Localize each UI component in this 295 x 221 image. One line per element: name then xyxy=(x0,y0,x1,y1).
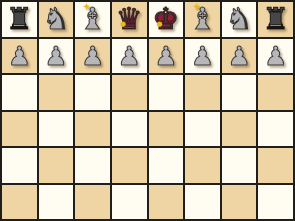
square-r2c2[interactable]: ♟ xyxy=(39,39,74,74)
square-r3c5[interactable] xyxy=(149,75,184,110)
king-icon: ♚ xyxy=(152,4,179,34)
queen-icon: ♛ xyxy=(116,4,143,34)
square-r2c8[interactable]: ♟ xyxy=(258,39,293,74)
square-r3c6[interactable] xyxy=(185,75,220,110)
square-r6c4[interactable] xyxy=(112,185,147,220)
pawn-piece[interactable]: ♟ xyxy=(222,39,257,74)
pawn-piece[interactable]: ♟ xyxy=(112,39,147,74)
square-r3c2[interactable] xyxy=(39,75,74,110)
pawn-piece[interactable]: ♟ xyxy=(258,39,293,74)
pawn-icon: ♟ xyxy=(118,43,141,69)
square-r2c7[interactable]: ♟ xyxy=(222,39,257,74)
square-r3c3[interactable] xyxy=(75,75,110,110)
square-r2c5[interactable]: ♟ xyxy=(149,39,184,74)
pawn-piece[interactable]: ♟ xyxy=(2,39,37,74)
pawn-icon: ♟ xyxy=(264,43,287,69)
square-r6c7[interactable] xyxy=(222,185,257,220)
square-r4c8[interactable] xyxy=(258,112,293,147)
pawn-icon: ♟ xyxy=(227,43,250,69)
bishop-piece[interactable]: ♝✦ xyxy=(75,2,110,37)
square-r2c1[interactable]: ♟ xyxy=(2,39,37,74)
square-r5c2[interactable] xyxy=(39,148,74,183)
square-r6c1[interactable] xyxy=(2,185,37,220)
square-r5c1[interactable] xyxy=(2,148,37,183)
pawn-icon: ♟ xyxy=(191,43,214,69)
square-r5c7[interactable] xyxy=(222,148,257,183)
square-r6c3[interactable] xyxy=(75,185,110,220)
square-r1c3[interactable]: ♝✦ xyxy=(75,2,110,37)
queen-piece[interactable]: ♛● xyxy=(112,2,147,37)
rook-icon: ♜ xyxy=(6,4,33,34)
knight-icon: ♞ xyxy=(226,4,253,34)
pawn-icon: ♟ xyxy=(44,43,67,69)
square-r6c5[interactable] xyxy=(149,185,184,220)
square-r1c2[interactable]: ♞ xyxy=(39,2,74,37)
square-r1c1[interactable]: ♜ xyxy=(2,2,37,37)
square-r4c1[interactable] xyxy=(2,112,37,147)
square-r2c3[interactable]: ♟ xyxy=(75,39,110,74)
square-r6c6[interactable] xyxy=(185,185,220,220)
square-r6c8[interactable] xyxy=(258,185,293,220)
square-r3c4[interactable] xyxy=(112,75,147,110)
pawn-icon: ♟ xyxy=(154,43,177,69)
rook-piece[interactable]: ♜ xyxy=(258,2,293,37)
square-r4c2[interactable] xyxy=(39,112,74,147)
bishop-icon: ♝ xyxy=(189,4,216,34)
square-r4c3[interactable] xyxy=(75,112,110,147)
pawn-piece[interactable]: ♟ xyxy=(149,39,184,74)
pawn-icon: ♟ xyxy=(8,43,31,69)
king-piece[interactable]: ♚● xyxy=(149,2,184,37)
square-r5c6[interactable] xyxy=(185,148,220,183)
square-r1c5[interactable]: ♚● xyxy=(149,2,184,37)
square-r6c2[interactable] xyxy=(39,185,74,220)
pawn-piece[interactable]: ♟ xyxy=(185,39,220,74)
pawn-icon: ♟ xyxy=(81,43,104,69)
square-r3c1[interactable] xyxy=(2,75,37,110)
knight-piece[interactable]: ♞ xyxy=(39,2,74,37)
square-r3c8[interactable] xyxy=(258,75,293,110)
square-r4c5[interactable] xyxy=(149,112,184,147)
square-r5c3[interactable] xyxy=(75,148,110,183)
pawn-piece[interactable]: ♟ xyxy=(39,39,74,74)
square-r1c7[interactable]: ♞ xyxy=(222,2,257,37)
bishop-icon: ♝ xyxy=(79,4,106,34)
square-r5c4[interactable] xyxy=(112,148,147,183)
square-r4c4[interactable] xyxy=(112,112,147,147)
chess-board: ♜♞♝✦♛●♚●♝✦♞♜♟♟♟♟♟♟♟♟ xyxy=(0,0,295,221)
square-r1c6[interactable]: ♝✦ xyxy=(185,2,220,37)
rook-piece[interactable]: ♜ xyxy=(2,2,37,37)
bishop-piece[interactable]: ♝✦ xyxy=(185,2,220,37)
square-r1c4[interactable]: ♛● xyxy=(112,2,147,37)
rook-icon: ♜ xyxy=(262,4,289,34)
square-r2c6[interactable]: ♟ xyxy=(185,39,220,74)
square-r5c8[interactable] xyxy=(258,148,293,183)
square-r5c5[interactable] xyxy=(149,148,184,183)
knight-icon: ♞ xyxy=(42,4,69,34)
square-r3c7[interactable] xyxy=(222,75,257,110)
square-r1c8[interactable]: ♜ xyxy=(258,2,293,37)
square-r4c6[interactable] xyxy=(185,112,220,147)
pawn-piece[interactable]: ♟ xyxy=(75,39,110,74)
square-r4c7[interactable] xyxy=(222,112,257,147)
knight-piece[interactable]: ♞ xyxy=(222,2,257,37)
square-r2c4[interactable]: ♟ xyxy=(112,39,147,74)
